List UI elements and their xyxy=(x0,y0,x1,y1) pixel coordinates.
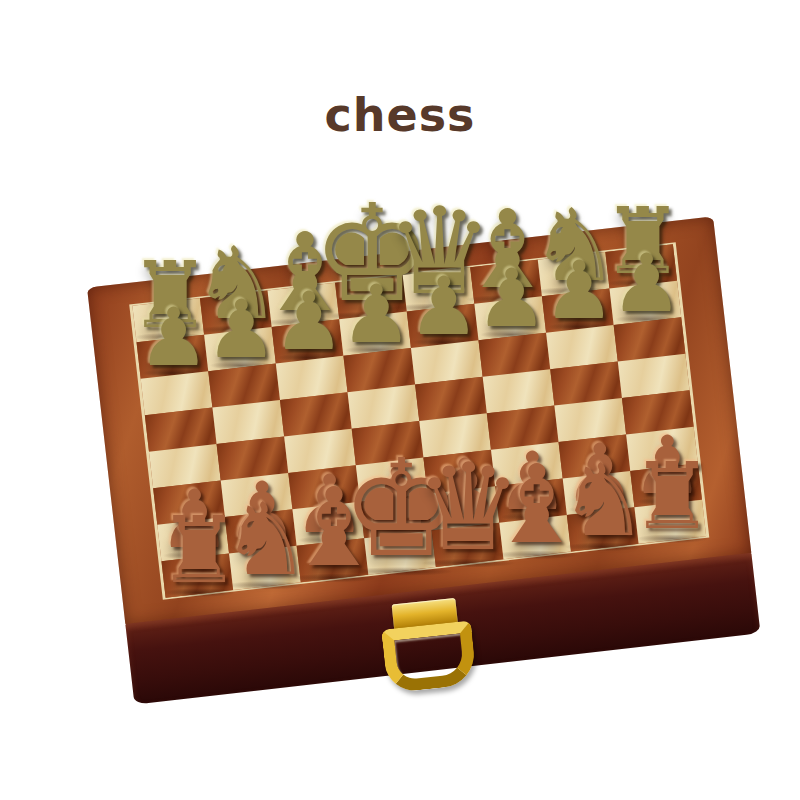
board-pinstripe-border: ♜♞♝♚♛♝♞♜♟♟♟♟♟♟♟♟♟♟♟♟♟♟♟♟♜♞♝♚♛♝♞♜ xyxy=(129,242,709,599)
square-b8: ♞ xyxy=(567,507,639,551)
piece-brass-pawn-g2: ♟ xyxy=(206,290,278,370)
piece-brass-pawn-h2: ♟ xyxy=(138,298,210,378)
clasp-d-ring xyxy=(381,620,477,693)
piece-brass-pawn-a2: ♟ xyxy=(611,244,683,324)
piece-brass-pawn-c2: ♟ xyxy=(476,259,548,339)
gold-clasp xyxy=(379,597,478,694)
piece-brass-pawn-e2: ♟ xyxy=(341,275,413,355)
piece-brass-pawn-d2: ♟ xyxy=(408,267,480,347)
square-a8: ♜ xyxy=(634,500,706,544)
chess-board: ♜♞♝♚♛♝♞♜♟♟♟♟♟♟♟♟♟♟♟♟♟♟♟♟♜♞♝♚♛♝♞♜ xyxy=(132,244,706,597)
piece-copper-rook-a8: ♜ xyxy=(630,451,712,543)
chess-set-scene: ♜♞♝♚♛♝♞♜♟♟♟♟♟♟♟♟♟♟♟♟♟♟♟♟♜♞♝♚♛♝♞♜ xyxy=(0,0,800,800)
piece-brass-pawn-b2: ♟ xyxy=(543,251,615,331)
piece-brass-pawn-f2: ♟ xyxy=(273,282,345,362)
